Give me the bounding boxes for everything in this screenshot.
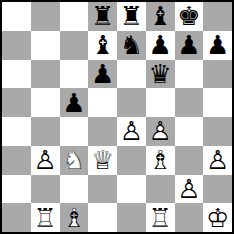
square-e8[interactable]: ♜ bbox=[117, 2, 146, 31]
square-h4[interactable] bbox=[203, 117, 232, 146]
white-bishop-c1-fill: ♝ bbox=[60, 203, 89, 232]
white-bishop-f3-icon: ♗ bbox=[146, 146, 175, 175]
square-f5[interactable] bbox=[146, 88, 175, 117]
black-queen-f6-icon: ♛ bbox=[146, 60, 175, 89]
square-g5[interactable] bbox=[175, 88, 204, 117]
square-e7[interactable]: ♞ bbox=[117, 31, 146, 60]
white-pawn-g2-icon: ♙ bbox=[175, 175, 204, 204]
black-pawn-h7-icon: ♟ bbox=[203, 31, 232, 60]
black-pawn-d6-icon: ♟ bbox=[88, 60, 117, 89]
square-c7[interactable] bbox=[60, 31, 89, 60]
square-b6[interactable] bbox=[31, 60, 60, 89]
square-e4[interactable]: ♟♙ bbox=[117, 117, 146, 146]
square-h5[interactable] bbox=[203, 88, 232, 117]
white-bishop-f3-fill: ♝ bbox=[146, 146, 175, 175]
square-c5[interactable]: ♟ bbox=[60, 88, 89, 117]
square-h1[interactable]: ♚♔ bbox=[203, 203, 232, 232]
black-bishop-d7-icon: ♝ bbox=[88, 31, 117, 60]
white-pawn-h3-icon: ♙ bbox=[203, 146, 232, 175]
square-c8[interactable] bbox=[60, 2, 89, 31]
black-bishop-f8-icon: ♝ bbox=[146, 2, 175, 31]
square-g8[interactable]: ♚ bbox=[175, 2, 204, 31]
square-a7[interactable] bbox=[2, 31, 31, 60]
square-d2[interactable] bbox=[88, 175, 117, 204]
square-b2[interactable] bbox=[31, 175, 60, 204]
white-pawn-f4-icon: ♙ bbox=[146, 117, 175, 146]
square-b3[interactable]: ♟♙ bbox=[31, 146, 60, 175]
square-a4[interactable] bbox=[2, 117, 31, 146]
square-d7[interactable]: ♝ bbox=[88, 31, 117, 60]
black-pawn-c5-icon: ♟ bbox=[60, 88, 89, 117]
square-e3[interactable] bbox=[117, 146, 146, 175]
white-pawn-g2-fill: ♟ bbox=[175, 175, 204, 204]
square-e5[interactable] bbox=[117, 88, 146, 117]
square-a8[interactable] bbox=[2, 2, 31, 31]
square-h3[interactable]: ♟♙ bbox=[203, 146, 232, 175]
square-g1[interactable] bbox=[175, 203, 204, 232]
black-pawn-f7-icon: ♟ bbox=[146, 31, 175, 60]
white-pawn-f4-fill: ♟ bbox=[146, 117, 175, 146]
square-a5[interactable] bbox=[2, 88, 31, 117]
black-knight-e7-icon: ♞ bbox=[117, 31, 146, 60]
square-f2[interactable] bbox=[146, 175, 175, 204]
square-g3[interactable] bbox=[175, 146, 204, 175]
chess-board: ♜♜♝♚♝♞♟♟♟♟♛♟♟♙♟♙♟♙♞♘♛♕♝♗♟♙♟♙♜♖♝♗♜♖♚♔ bbox=[0, 0, 234, 234]
white-rook-b1-fill: ♜ bbox=[31, 203, 60, 232]
white-bishop-c1-icon: ♗ bbox=[60, 203, 89, 232]
square-h6[interactable] bbox=[203, 60, 232, 89]
square-h2[interactable] bbox=[203, 175, 232, 204]
black-rook-d8-icon: ♜ bbox=[88, 2, 117, 31]
square-d4[interactable] bbox=[88, 117, 117, 146]
square-g2[interactable]: ♟♙ bbox=[175, 175, 204, 204]
square-f3[interactable]: ♝♗ bbox=[146, 146, 175, 175]
square-c6[interactable] bbox=[60, 60, 89, 89]
white-pawn-e4-fill: ♟ bbox=[117, 117, 146, 146]
square-b7[interactable] bbox=[31, 31, 60, 60]
square-f8[interactable]: ♝ bbox=[146, 2, 175, 31]
white-knight-c3-icon: ♘ bbox=[60, 146, 89, 175]
square-c2[interactable] bbox=[60, 175, 89, 204]
square-f1[interactable]: ♜♖ bbox=[146, 203, 175, 232]
square-g7[interactable]: ♟ bbox=[175, 31, 204, 60]
white-pawn-h3-fill: ♟ bbox=[203, 146, 232, 175]
black-pawn-g7-icon: ♟ bbox=[175, 31, 204, 60]
square-d3[interactable]: ♛♕ bbox=[88, 146, 117, 175]
square-a6[interactable] bbox=[2, 60, 31, 89]
white-pawn-b3-icon: ♙ bbox=[31, 146, 60, 175]
square-g4[interactable] bbox=[175, 117, 204, 146]
square-a3[interactable] bbox=[2, 146, 31, 175]
white-knight-c3-fill: ♞ bbox=[60, 146, 89, 175]
white-king-h1-fill: ♚ bbox=[203, 203, 232, 232]
white-rook-f1-icon: ♖ bbox=[146, 203, 175, 232]
square-b5[interactable] bbox=[31, 88, 60, 117]
black-rook-e8-icon: ♜ bbox=[117, 2, 146, 31]
white-king-h1-icon: ♔ bbox=[203, 203, 232, 232]
square-b1[interactable]: ♜♖ bbox=[31, 203, 60, 232]
square-b8[interactable] bbox=[31, 2, 60, 31]
square-d6[interactable]: ♟ bbox=[88, 60, 117, 89]
square-e1[interactable] bbox=[117, 203, 146, 232]
white-queen-d3-fill: ♛ bbox=[88, 146, 117, 175]
square-a2[interactable] bbox=[2, 175, 31, 204]
square-f6[interactable]: ♛ bbox=[146, 60, 175, 89]
square-d8[interactable]: ♜ bbox=[88, 2, 117, 31]
square-h7[interactable]: ♟ bbox=[203, 31, 232, 60]
square-d1[interactable] bbox=[88, 203, 117, 232]
white-pawn-e4-icon: ♙ bbox=[117, 117, 146, 146]
square-c4[interactable] bbox=[60, 117, 89, 146]
white-rook-f1-fill: ♜ bbox=[146, 203, 175, 232]
square-e2[interactable] bbox=[117, 175, 146, 204]
square-e6[interactable] bbox=[117, 60, 146, 89]
square-b4[interactable] bbox=[31, 117, 60, 146]
square-c3[interactable]: ♞♘ bbox=[60, 146, 89, 175]
square-a1[interactable] bbox=[2, 203, 31, 232]
square-f4[interactable]: ♟♙ bbox=[146, 117, 175, 146]
white-queen-d3-icon: ♕ bbox=[88, 146, 117, 175]
square-g6[interactable] bbox=[175, 60, 204, 89]
black-king-g8-icon: ♚ bbox=[175, 2, 204, 31]
square-c1[interactable]: ♝♗ bbox=[60, 203, 89, 232]
square-h8[interactable] bbox=[203, 2, 232, 31]
white-pawn-b3-fill: ♟ bbox=[31, 146, 60, 175]
square-f7[interactable]: ♟ bbox=[146, 31, 175, 60]
square-d5[interactable] bbox=[88, 88, 117, 117]
white-rook-b1-icon: ♖ bbox=[31, 203, 60, 232]
